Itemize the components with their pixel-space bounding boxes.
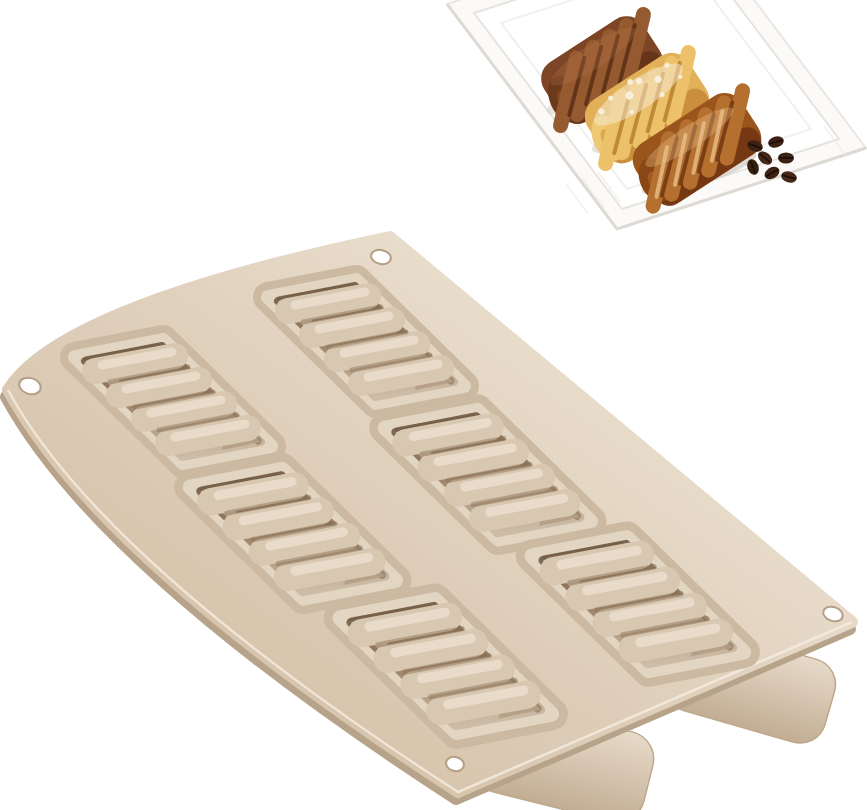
product-photo [0,0,867,810]
coffee-bean [778,153,794,164]
silicone-mold [6,237,852,810]
product-photo-stage [0,0,867,810]
inset-photo [447,0,866,229]
